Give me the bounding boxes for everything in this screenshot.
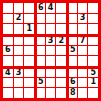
cell-empty-r7c5[interactable] <box>46 67 56 77</box>
cell-empty-r9c2[interactable] <box>14 88 24 98</box>
cell-empty-r8c1[interactable] <box>3 78 13 88</box>
cell-given-r1c4: 6 <box>35 3 45 13</box>
cell-given-r5c1: 6 <box>3 46 13 56</box>
cell-given-r1c5: 4 <box>46 3 56 13</box>
cell-empty-r6c6[interactable] <box>56 56 66 66</box>
cell-empty-r9c9[interactable] <box>88 88 98 98</box>
cell-empty-r3c4[interactable] <box>35 24 45 34</box>
cell-empty-r4c3[interactable] <box>24 35 34 45</box>
cell-empty-r2c3[interactable] <box>24 14 34 24</box>
cell-empty-r3c8[interactable] <box>78 24 88 34</box>
cell-empty-r3c5[interactable] <box>46 24 56 34</box>
cell-given-r4c8: 7 <box>78 35 88 45</box>
cell-empty-r4c9[interactable] <box>88 35 98 45</box>
cell-empty-r5c6[interactable] <box>56 46 66 56</box>
cell-empty-r3c7[interactable] <box>67 24 77 34</box>
cell-empty-r8c2[interactable] <box>14 78 24 88</box>
cell-given-r7c9: 5 <box>88 67 98 77</box>
cell-empty-r8c8[interactable] <box>78 78 88 88</box>
cell-empty-r1c2[interactable] <box>14 3 24 13</box>
cell-given-r7c1: 4 <box>3 67 13 77</box>
cell-given-r4c6: 2 <box>56 35 66 45</box>
cell-empty-r3c1[interactable] <box>3 24 13 34</box>
cell-empty-r7c4[interactable] <box>35 67 45 77</box>
cell-empty-r2c7[interactable] <box>67 14 77 24</box>
cell-empty-r8c6[interactable] <box>56 78 66 88</box>
cell-empty-r2c5[interactable] <box>46 14 56 24</box>
cell-empty-r3c6[interactable] <box>56 24 66 34</box>
cell-empty-r7c8[interactable] <box>78 67 88 77</box>
cell-empty-r9c5[interactable] <box>46 88 56 98</box>
cell-empty-r5c9[interactable] <box>88 46 98 56</box>
cell-empty-r2c9[interactable] <box>88 14 98 24</box>
cell-empty-r1c1[interactable] <box>3 3 13 13</box>
cell-empty-r7c3[interactable] <box>24 67 34 77</box>
cell-empty-r6c8[interactable] <box>78 56 88 66</box>
cell-empty-r6c2[interactable] <box>14 56 24 66</box>
cell-empty-r5c8[interactable] <box>78 46 88 56</box>
cell-empty-r6c9[interactable] <box>88 56 98 66</box>
cell-empty-r3c9[interactable] <box>88 24 98 34</box>
cell-empty-r5c2[interactable] <box>14 46 24 56</box>
cell-empty-r9c4[interactable] <box>35 88 45 98</box>
sudoku-board: 64231327654355618 <box>0 0 101 101</box>
cell-empty-r3c2[interactable] <box>14 24 24 34</box>
cell-empty-r7c6[interactable] <box>56 67 66 77</box>
cell-empty-r4c7[interactable] <box>67 35 77 45</box>
cell-given-r2c8: 3 <box>78 14 88 24</box>
cell-given-r4c5: 3 <box>46 35 56 45</box>
cell-empty-r5c3[interactable] <box>24 46 34 56</box>
cell-given-r2c2: 2 <box>14 14 24 24</box>
cell-empty-r4c1[interactable] <box>3 35 13 45</box>
cell-empty-r2c4[interactable] <box>35 14 45 24</box>
cell-empty-r2c1[interactable] <box>3 14 13 24</box>
cell-given-r5c7: 5 <box>67 46 77 56</box>
cell-empty-r9c8[interactable] <box>78 88 88 98</box>
cell-empty-r4c2[interactable] <box>14 35 24 45</box>
cell-empty-r7c7[interactable] <box>67 67 77 77</box>
cell-empty-r9c6[interactable] <box>56 88 66 98</box>
cell-given-r3c3: 1 <box>24 24 34 34</box>
cell-empty-r6c1[interactable] <box>3 56 13 66</box>
cell-empty-r5c5[interactable] <box>46 46 56 56</box>
cell-empty-r1c9[interactable] <box>88 3 98 13</box>
cell-given-r8c4: 5 <box>35 78 45 88</box>
cell-empty-r8c3[interactable] <box>24 78 34 88</box>
cell-empty-r1c7[interactable] <box>67 3 77 13</box>
cell-empty-r6c4[interactable] <box>35 56 45 66</box>
cell-empty-r2c6[interactable] <box>56 14 66 24</box>
cell-empty-r1c3[interactable] <box>24 3 34 13</box>
cell-empty-r9c1[interactable] <box>3 88 13 98</box>
cell-empty-r6c5[interactable] <box>46 56 56 66</box>
cell-given-r7c2: 3 <box>14 67 24 77</box>
cell-empty-r8c5[interactable] <box>46 78 56 88</box>
cell-empty-r5c4[interactable] <box>35 46 45 56</box>
cell-empty-r1c6[interactable] <box>56 3 66 13</box>
cell-empty-r1c8[interactable] <box>78 3 88 13</box>
cell-given-r8c7: 6 <box>67 78 77 88</box>
cell-empty-r6c7[interactable] <box>67 56 77 66</box>
cell-empty-r4c4[interactable] <box>35 35 45 45</box>
cell-empty-r9c3[interactable] <box>24 88 34 98</box>
cell-empty-r6c3[interactable] <box>24 56 34 66</box>
cell-given-r9c7: 8 <box>67 88 77 98</box>
cell-given-r8c9: 1 <box>88 78 98 88</box>
